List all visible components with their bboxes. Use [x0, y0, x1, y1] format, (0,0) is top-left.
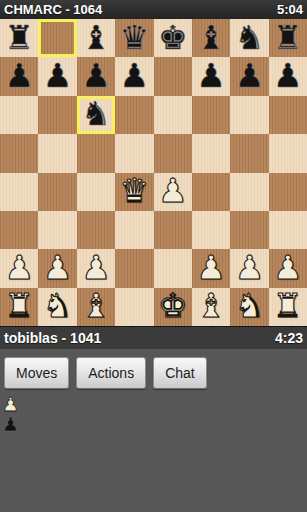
- square-b8[interactable]: [38, 19, 76, 57]
- square-c4[interactable]: [77, 173, 115, 211]
- square-g3[interactable]: [230, 211, 268, 249]
- square-d3[interactable]: [115, 211, 153, 249]
- square-d5[interactable]: [115, 134, 153, 172]
- square-h8[interactable]: ♜: [269, 19, 307, 57]
- piece-black-bishop: ♝: [81, 21, 111, 54]
- square-g6[interactable]: [230, 96, 268, 134]
- square-b2[interactable]: ♟: [38, 249, 76, 287]
- square-g7[interactable]: ♟: [230, 57, 268, 95]
- square-e5[interactable]: [154, 134, 192, 172]
- piece-white-king: ♚: [158, 289, 188, 322]
- piece-white-bishop: ♝: [81, 289, 111, 322]
- square-g4[interactable]: [230, 173, 268, 211]
- square-f4[interactable]: [192, 173, 230, 211]
- square-g2[interactable]: ♟: [230, 249, 268, 287]
- piece-white-pawn: ♟: [43, 251, 73, 284]
- piece-white-rook: ♜: [4, 289, 34, 322]
- square-h5[interactable]: [269, 134, 307, 172]
- piece-black-pawn: ♟: [196, 59, 226, 92]
- square-h6[interactable]: [269, 96, 307, 134]
- square-a8[interactable]: ♜: [0, 19, 38, 57]
- square-c1[interactable]: ♝: [77, 288, 115, 326]
- square-h1[interactable]: ♜: [269, 288, 307, 326]
- piece-black-queen: ♛: [120, 21, 150, 54]
- square-a1[interactable]: ♜: [0, 288, 38, 326]
- square-a2[interactable]: ♟: [0, 249, 38, 287]
- square-d6[interactable]: [115, 96, 153, 134]
- square-e7[interactable]: [154, 57, 192, 95]
- square-c3[interactable]: [77, 211, 115, 249]
- square-a6[interactable]: [0, 96, 38, 134]
- player-name-rating: tobiblas - 1041: [4, 330, 101, 346]
- moves-button[interactable]: Moves: [4, 357, 69, 389]
- piece-white-pawn: ♟: [81, 251, 111, 284]
- actions-button[interactable]: Actions: [76, 357, 146, 389]
- square-f2[interactable]: ♟: [192, 249, 230, 287]
- square-f3[interactable]: [192, 211, 230, 249]
- chess-app-screen: CHMARC - 1064 5:04 ♜♝♛♚♝♞♜♟♟♟♟♟♟♟♞♛♟♟♟♟♟…: [0, 0, 307, 512]
- piece-white-pawn: ♟: [196, 251, 226, 284]
- piece-white-pawn: ♟: [158, 174, 188, 207]
- piece-white-pawn: ♟: [4, 251, 34, 284]
- square-c8[interactable]: ♝: [77, 19, 115, 57]
- piece-black-bishop: ♝: [196, 21, 226, 54]
- square-b5[interactable]: [38, 134, 76, 172]
- piece-black-pawn: ♟: [4, 59, 34, 92]
- square-g8[interactable]: ♞: [230, 19, 268, 57]
- control-buttons: Moves Actions Chat: [4, 357, 207, 389]
- piece-black-pawn: ♟: [120, 59, 150, 92]
- square-f1[interactable]: ♝: [192, 288, 230, 326]
- square-a4[interactable]: [0, 173, 38, 211]
- piece-black-rook: ♜: [4, 21, 34, 54]
- square-c6[interactable]: ♞: [77, 96, 115, 134]
- piece-white-knight: ♞: [43, 289, 73, 322]
- piece-white-knight: ♞: [235, 289, 265, 322]
- square-c7[interactable]: ♟: [77, 57, 115, 95]
- opponent-name-rating: CHMARC - 1064: [4, 2, 102, 17]
- piece-white-bishop: ♝: [196, 289, 226, 322]
- player-clock: 4:23: [275, 330, 303, 346]
- piece-white-pawn: ♟: [273, 251, 303, 284]
- piece-black-pawn: ♟: [235, 59, 265, 92]
- square-f7[interactable]: ♟: [192, 57, 230, 95]
- square-a7[interactable]: ♟: [0, 57, 38, 95]
- opponent-bar: CHMARC - 1064 5:04: [0, 0, 307, 19]
- captured-black-pawn-icon: ♟: [2, 414, 19, 434]
- square-b6[interactable]: [38, 96, 76, 134]
- square-f6[interactable]: [192, 96, 230, 134]
- captured-white-pawn-icon: ♟: [2, 394, 19, 414]
- captured-pieces-tray: ♟♟: [2, 394, 19, 434]
- square-c5[interactable]: [77, 134, 115, 172]
- square-a3[interactable]: [0, 211, 38, 249]
- square-b1[interactable]: ♞: [38, 288, 76, 326]
- square-d4[interactable]: ♛: [115, 173, 153, 211]
- square-c2[interactable]: ♟: [77, 249, 115, 287]
- square-e4[interactable]: ♟: [154, 173, 192, 211]
- square-f5[interactable]: [192, 134, 230, 172]
- player-bar: tobiblas - 1041 4:23: [0, 326, 307, 349]
- square-g5[interactable]: [230, 134, 268, 172]
- square-e6[interactable]: [154, 96, 192, 134]
- square-g1[interactable]: ♞: [230, 288, 268, 326]
- piece-black-knight: ♞: [81, 97, 111, 130]
- square-b7[interactable]: ♟: [38, 57, 76, 95]
- square-d2[interactable]: [115, 249, 153, 287]
- square-h7[interactable]: ♟: [269, 57, 307, 95]
- chat-button[interactable]: Chat: [153, 357, 207, 389]
- square-e1[interactable]: ♚: [154, 288, 192, 326]
- piece-black-pawn: ♟: [81, 59, 111, 92]
- square-b4[interactable]: [38, 173, 76, 211]
- square-d7[interactable]: ♟: [115, 57, 153, 95]
- square-f8[interactable]: ♝: [192, 19, 230, 57]
- piece-black-king: ♚: [158, 21, 188, 54]
- piece-white-queen: ♛: [120, 174, 150, 207]
- chess-board: ♜♝♛♚♝♞♜♟♟♟♟♟♟♟♞♛♟♟♟♟♟♟♟♜♞♝♚♝♞♜: [0, 19, 307, 326]
- piece-white-rook: ♜: [273, 289, 303, 322]
- piece-white-pawn: ♟: [235, 251, 265, 284]
- square-e8[interactable]: ♚: [154, 19, 192, 57]
- square-a5[interactable]: [0, 134, 38, 172]
- piece-black-knight: ♞: [235, 21, 265, 54]
- square-h3[interactable]: [269, 211, 307, 249]
- opponent-clock: 5:04: [277, 2, 303, 17]
- square-e2[interactable]: [154, 249, 192, 287]
- square-d8[interactable]: ♛: [115, 19, 153, 57]
- square-e3[interactable]: [154, 211, 192, 249]
- piece-black-pawn: ♟: [43, 59, 73, 92]
- piece-black-pawn: ♟: [273, 59, 303, 92]
- square-h4[interactable]: [269, 173, 307, 211]
- square-b3[interactable]: [38, 211, 76, 249]
- square-d1[interactable]: [115, 288, 153, 326]
- square-h2[interactable]: ♟: [269, 249, 307, 287]
- piece-black-rook: ♜: [273, 21, 303, 54]
